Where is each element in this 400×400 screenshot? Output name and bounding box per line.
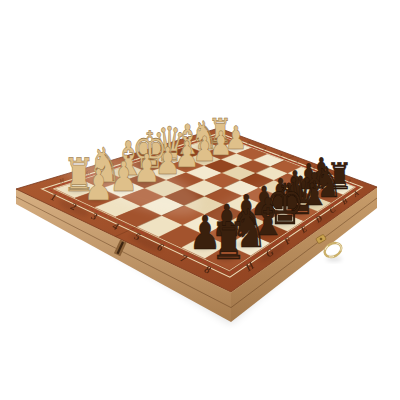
piece-white-pawn-g2: ♟ (109, 153, 138, 201)
piece-black-rook-h8: ♜ (210, 211, 246, 271)
chess-set-product-photo: Angled product photo of a folding wooden… (0, 0, 400, 400)
piece-white-pawn-h2: ♟ (83, 160, 113, 210)
chess-board-render: 1122334455667788HHGGFFEEDDCCBBAA♜♞♟♝♟♛♟♚… (0, 0, 400, 400)
